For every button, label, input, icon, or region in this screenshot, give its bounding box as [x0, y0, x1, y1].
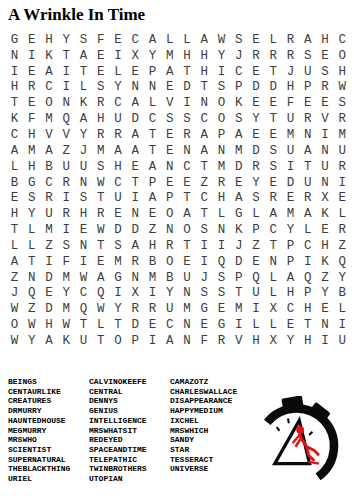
grid-cell: B — [144, 254, 161, 270]
grid-cell: U — [75, 333, 92, 349]
grid-cell: S — [58, 238, 75, 254]
grid-cell: E — [23, 32, 40, 48]
grid-cell: U — [110, 190, 127, 206]
grid-cell: Q — [248, 270, 265, 286]
grid-cell: T — [110, 317, 127, 333]
grid-cell: E — [230, 175, 247, 191]
grid-cell: O — [110, 333, 127, 349]
grid-cell: L — [6, 238, 23, 254]
grid-cell: Z — [23, 301, 40, 317]
grid-cell: L — [248, 206, 265, 222]
grid-cell: J — [196, 270, 213, 286]
grid-cell: W — [58, 317, 75, 333]
grid-cell: E — [317, 95, 334, 111]
grid-cell: Q — [58, 111, 75, 127]
word-list-item: CENTRAL — [89, 387, 147, 397]
grid-cell: M — [41, 222, 58, 238]
grid-cell: Q — [23, 286, 40, 302]
grid-cell: V — [317, 111, 334, 127]
grid-cell: E — [127, 64, 144, 80]
grid-cell: P — [144, 64, 161, 80]
grid-cell: E — [317, 48, 334, 64]
grid-cell: L — [299, 222, 316, 238]
grid-cell: A — [265, 206, 282, 222]
word-list-item: BEINGS — [8, 377, 70, 387]
grid-cell: C — [230, 64, 247, 80]
grid-cell: H — [92, 111, 109, 127]
grid-cell: I — [196, 238, 213, 254]
grid-cell: U — [110, 111, 127, 127]
grid-cell: H — [334, 64, 351, 80]
grid-cell: S — [110, 238, 127, 254]
grid-cell: N — [317, 143, 334, 159]
word-list-item: TWINBROTHERS — [89, 464, 147, 474]
grid-cell: T — [179, 190, 196, 206]
grid-cell: H — [41, 317, 58, 333]
grid-cell: E — [248, 32, 265, 48]
word-list-item: CREATURES — [8, 396, 70, 406]
grid-cell: I — [213, 64, 230, 80]
grid-cell: S — [75, 32, 92, 48]
grid-cell: H — [110, 159, 127, 175]
grid-cell: L — [265, 32, 282, 48]
grid-cell: W — [213, 32, 230, 48]
grid-cell: N — [161, 222, 178, 238]
grid-cell: U — [248, 286, 265, 302]
grid-cell: Q — [92, 286, 109, 302]
grid-cell: O — [334, 48, 351, 64]
grid-cell: C — [75, 286, 92, 302]
grid-cell: C — [179, 159, 196, 175]
grid-cell: N — [127, 270, 144, 286]
grid-cell: R — [144, 301, 161, 317]
grid-cell: N — [317, 317, 334, 333]
grid-cell: S — [265, 143, 282, 159]
grid-cell: C — [41, 80, 58, 96]
grid-cell: R — [127, 301, 144, 317]
word-search-grid: GEHYSFECALLAWSELRAHCNIKTAEIXYMHHYJRRRSEO… — [6, 32, 351, 349]
grid-cell: H — [317, 32, 334, 48]
grid-cell: E — [265, 95, 282, 111]
grid-cell: M — [334, 127, 351, 143]
grid-cell: N — [213, 143, 230, 159]
grid-cell: T — [299, 159, 316, 175]
grid-cell: N — [127, 206, 144, 222]
grid-cell: R — [299, 190, 316, 206]
word-list-item: DISAPPEARANCE — [170, 396, 237, 406]
grid-cell: M — [58, 301, 75, 317]
grid-cell: A — [127, 95, 144, 111]
grid-cell: W — [334, 80, 351, 96]
grid-cell: Y — [75, 127, 92, 143]
grid-cell: K — [58, 333, 75, 349]
grid-cell: W — [6, 301, 23, 317]
grid-cell: E — [75, 222, 92, 238]
grid-cell: S — [213, 80, 230, 96]
grid-cell: A — [75, 48, 92, 64]
grid-cell: N — [213, 222, 230, 238]
grid-cell: I — [213, 238, 230, 254]
grid-cell: E — [248, 64, 265, 80]
word-list-item: GENIUS — [89, 406, 147, 416]
grid-cell: E — [6, 190, 23, 206]
grid-cell: I — [58, 190, 75, 206]
grid-cell: R — [92, 206, 109, 222]
grid-cell: S — [213, 270, 230, 286]
grid-cell: R — [41, 190, 58, 206]
grid-cell: K — [317, 254, 334, 270]
grid-cell: E — [282, 317, 299, 333]
grid-cell: U — [299, 64, 316, 80]
grid-cell: H — [23, 127, 40, 143]
grid-cell: N — [196, 95, 213, 111]
grid-cell: R — [265, 190, 282, 206]
grid-cell: J — [282, 64, 299, 80]
grid-cell: R — [213, 175, 230, 191]
grid-cell: L — [334, 206, 351, 222]
grid-cell: U — [282, 111, 299, 127]
grid-cell: A — [144, 159, 161, 175]
grid-cell: A — [75, 111, 92, 127]
grid-cell: N — [127, 80, 144, 96]
grid-cell: A — [196, 127, 213, 143]
grid-cell: K — [230, 95, 247, 111]
grid-cell: R — [282, 48, 299, 64]
grid-cell: D — [230, 254, 247, 270]
grid-cell: H — [23, 159, 40, 175]
grid-cell: T — [179, 238, 196, 254]
grid-cell: E — [161, 127, 178, 143]
word-list-item: CENTAURLIKE — [8, 387, 70, 397]
grid-cell: I — [299, 254, 316, 270]
grid-cell: A — [282, 270, 299, 286]
word-list-item: SCIENTIST — [8, 445, 70, 455]
grid-cell: E — [179, 175, 196, 191]
page-title: A Wrinkle In Time — [8, 5, 145, 25]
grid-cell: A — [299, 32, 316, 48]
grid-cell: S — [213, 286, 230, 302]
grid-cell: R — [213, 333, 230, 349]
grid-cell: K — [41, 48, 58, 64]
grid-cell: Q — [213, 254, 230, 270]
word-list-item: HAUNTEDHOUSE — [8, 416, 70, 426]
grid-cell: C — [299, 238, 316, 254]
grid-cell: L — [23, 222, 40, 238]
grid-cell: S — [248, 190, 265, 206]
grid-cell: E — [317, 222, 334, 238]
grid-cell: U — [299, 175, 316, 191]
grid-cell: M — [230, 143, 247, 159]
grid-cell: C — [110, 95, 127, 111]
grid-cell: G — [6, 32, 23, 48]
grid-cell: O — [213, 95, 230, 111]
grid-cell: M — [23, 143, 40, 159]
grid-cell: L — [334, 301, 351, 317]
grid-cell: L — [92, 317, 109, 333]
grid-cell: L — [213, 206, 230, 222]
grid-cell: J — [230, 48, 247, 64]
grid-cell: E — [213, 301, 230, 317]
grid-cell: T — [230, 286, 247, 302]
grid-cell: E — [92, 254, 109, 270]
grid-cell: S — [230, 111, 247, 127]
grid-cell: V — [230, 333, 247, 349]
grid-cell: H — [299, 301, 316, 317]
grid-cell: A — [230, 190, 247, 206]
grid-cell: D — [41, 301, 58, 317]
grid-cell: I — [248, 301, 265, 317]
grid-cell: T — [58, 48, 75, 64]
word-list-item: INTELLIGENCE — [89, 416, 147, 426]
grid-cell: U — [334, 143, 351, 159]
grid-cell: I — [58, 222, 75, 238]
grid-cell: E — [299, 95, 316, 111]
grid-cell: Y — [23, 333, 40, 349]
grid-cell: Y — [144, 48, 161, 64]
grid-cell: H — [299, 333, 316, 349]
grid-cell: V — [161, 95, 178, 111]
grid-cell: E — [161, 175, 178, 191]
grid-cell: U — [282, 143, 299, 159]
grid-cell: M — [179, 301, 196, 317]
grid-cell: N — [179, 286, 196, 302]
grid-cell: H — [41, 32, 58, 48]
grid-cell: T — [265, 111, 282, 127]
grid-cell: W — [75, 270, 92, 286]
grid-cell: R — [334, 159, 351, 175]
grid-cell: I — [230, 317, 247, 333]
grid-cell: E — [110, 206, 127, 222]
grid-cell: E — [144, 206, 161, 222]
grid-cell: P — [282, 238, 299, 254]
grid-cell: I — [6, 64, 23, 80]
grid-cell: T — [75, 64, 92, 80]
grid-cell: A — [6, 143, 23, 159]
grid-cell: N — [75, 238, 92, 254]
grid-cell: A — [230, 127, 247, 143]
grid-cell: T — [92, 190, 109, 206]
grid-cell: H — [196, 48, 213, 64]
grid-cell: R — [58, 206, 75, 222]
grid-cell: O — [161, 254, 178, 270]
grid-cell: B — [6, 175, 23, 191]
grid-cell: E — [248, 127, 265, 143]
grid-cell: H — [144, 238, 161, 254]
grid-cell: V — [41, 127, 58, 143]
grid-cell: D — [127, 222, 144, 238]
grid-cell: F — [92, 32, 109, 48]
grid-cell: P — [299, 80, 316, 96]
grid-cell: G — [196, 301, 213, 317]
grid-cell: H — [213, 190, 230, 206]
grid-cell: U — [41, 206, 58, 222]
grid-cell: I — [23, 48, 40, 64]
grid-cell: S — [230, 32, 247, 48]
grid-cell: I — [334, 175, 351, 191]
grid-cell: B — [334, 286, 351, 302]
grid-cell: Y — [248, 111, 265, 127]
word-list-item: REDEYED — [89, 435, 147, 445]
grid-cell: A — [127, 127, 144, 143]
grid-cell: T — [92, 238, 109, 254]
grid-cell: E — [92, 64, 109, 80]
grid-cell: D — [179, 80, 196, 96]
grid-cell: M — [92, 143, 109, 159]
grid-cell: Q — [299, 270, 316, 286]
grid-cell: N — [317, 175, 334, 191]
grid-cell: U — [179, 270, 196, 286]
grid-cell: W — [6, 333, 23, 349]
grid-cell: X — [265, 301, 282, 317]
grid-cell: I — [317, 333, 334, 349]
word-list-item: URIEL — [8, 474, 70, 484]
grid-cell: K — [75, 95, 92, 111]
word-list-item: SPACEANDTIME — [89, 445, 147, 455]
grid-cell: P — [144, 175, 161, 191]
grid-cell: S — [92, 80, 109, 96]
grid-cell: E — [144, 317, 161, 333]
grid-cell: M — [58, 270, 75, 286]
grid-cell: P — [299, 286, 316, 302]
grid-cell: D — [265, 80, 282, 96]
grid-cell: O — [179, 222, 196, 238]
grid-cell: R — [92, 127, 109, 143]
grid-cell: A — [110, 143, 127, 159]
word-list-item: MRSWHATSIT — [89, 426, 147, 436]
grid-cell: H — [179, 48, 196, 64]
grid-cell: Z — [144, 222, 161, 238]
grid-cell: F — [23, 111, 40, 127]
grid-cell: Y — [213, 48, 230, 64]
grid-cell: Y — [334, 270, 351, 286]
grid-cell: Q — [75, 301, 92, 317]
grid-cell: D — [248, 80, 265, 96]
grid-cell: R — [248, 159, 265, 175]
grid-cell: T — [265, 64, 282, 80]
grid-cell: U — [334, 333, 351, 349]
grid-cell: Y — [161, 286, 178, 302]
grid-cell: N — [75, 175, 92, 191]
grid-cell: A — [196, 32, 213, 48]
grid-cell: A — [127, 238, 144, 254]
grid-cell: J — [75, 143, 92, 159]
grid-cell: A — [179, 206, 196, 222]
grid-cell: E — [110, 32, 127, 48]
grid-cell: D — [41, 270, 58, 286]
grid-cell: W — [92, 175, 109, 191]
grid-cell: R — [334, 222, 351, 238]
grid-cell: B — [161, 270, 178, 286]
grid-cell: V — [58, 127, 75, 143]
grid-cell: E — [248, 254, 265, 270]
grid-cell: G — [230, 206, 247, 222]
grid-cell: L — [161, 32, 178, 48]
grid-cell: T — [196, 159, 213, 175]
grid-cell: A — [144, 190, 161, 206]
grid-cell: C — [265, 222, 282, 238]
grid-cell: T — [75, 317, 92, 333]
grid-cell: M — [144, 270, 161, 286]
grid-cell: J — [230, 238, 247, 254]
grid-cell: A — [299, 143, 316, 159]
grid-cell: C — [144, 111, 161, 127]
grid-cell: N — [23, 270, 40, 286]
grid-cell: C — [110, 175, 127, 191]
grid-cell: M — [282, 206, 299, 222]
grid-cell: K — [230, 222, 247, 238]
grid-cell: M — [110, 254, 127, 270]
grid-cell: N — [179, 317, 196, 333]
grid-cell: I — [179, 95, 196, 111]
grid-cell: L — [248, 317, 265, 333]
grid-cell: A — [41, 64, 58, 80]
grid-cell: H — [6, 206, 23, 222]
grid-cell: E — [161, 143, 178, 159]
grid-cell: F — [196, 333, 213, 349]
grid-cell: D — [110, 222, 127, 238]
grid-cell: R — [161, 238, 178, 254]
grid-cell: C — [161, 317, 178, 333]
grid-cell: F — [58, 254, 75, 270]
grid-cell: Y — [58, 286, 75, 302]
word-list-item: TELEPATHIC — [89, 455, 147, 465]
grid-cell: R — [110, 127, 127, 143]
grid-cell: L — [144, 95, 161, 111]
grid-cell: S — [179, 111, 196, 127]
grid-cell: D — [230, 159, 247, 175]
word-list-item: CALVINOKEEFE — [89, 377, 147, 387]
grid-cell: A — [41, 333, 58, 349]
grid-cell: M — [161, 48, 178, 64]
grid-cell: A — [41, 143, 58, 159]
grid-cell: O — [213, 111, 230, 127]
grid-cell: E — [179, 254, 196, 270]
grid-cell: R — [179, 127, 196, 143]
grid-cell: T — [6, 222, 23, 238]
word-list-item: IXCHEL — [170, 416, 237, 426]
grid-cell: Y — [282, 333, 299, 349]
grid-cell: O — [6, 317, 23, 333]
grid-cell: E — [282, 190, 299, 206]
grid-cell: D — [127, 111, 144, 127]
grid-cell: I — [144, 333, 161, 349]
grid-cell: I — [75, 254, 92, 270]
grid-cell: I — [110, 48, 127, 64]
grid-cell: S — [334, 95, 351, 111]
grid-cell: P — [127, 333, 144, 349]
grid-cell: A — [196, 143, 213, 159]
grid-cell: I — [196, 254, 213, 270]
grid-cell: S — [161, 111, 178, 127]
grid-cell: Y — [248, 175, 265, 191]
grid-cell: K — [317, 206, 334, 222]
grid-cell: T — [144, 127, 161, 143]
grid-cell: E — [196, 317, 213, 333]
grid-cell: R — [58, 175, 75, 191]
word-list-item: MEGMURRY — [8, 426, 70, 436]
grid-cell: I — [127, 190, 144, 206]
grid-cell: H — [282, 80, 299, 96]
grid-cell: H — [196, 64, 213, 80]
grid-cell: M — [213, 159, 230, 175]
grid-cell: C — [196, 111, 213, 127]
grid-cell: F — [282, 95, 299, 111]
grid-cell: U — [317, 159, 334, 175]
word-list-item: CAMAZOTZ — [170, 377, 237, 387]
grid-cell: W — [23, 317, 40, 333]
grid-cell: C — [282, 301, 299, 317]
grid-cell: E — [23, 64, 40, 80]
